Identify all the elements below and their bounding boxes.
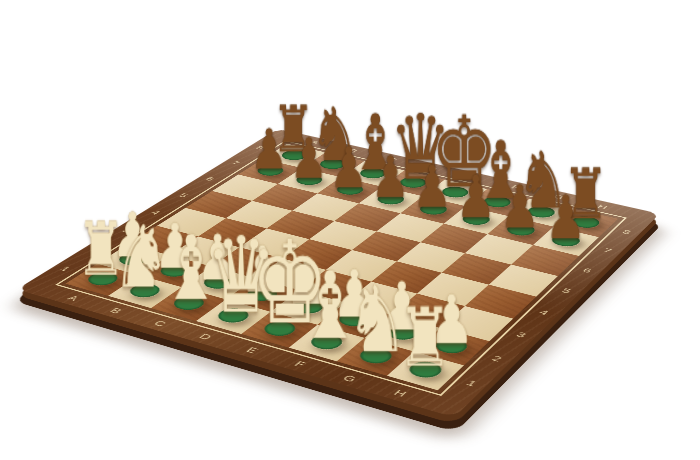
piece-glyph: ♞ — [346, 274, 403, 366]
chess-board: ABCDEFGH ABCDEFGH 87654321 87654321 ♜♞♝♛… — [17, 129, 660, 418]
white-rook: ♜ — [387, 351, 465, 390]
chess-set-photo: ABCDEFGH ABCDEFGH 87654321 87654321 ♜♞♝♛… — [0, 0, 700, 460]
piece-glyph: ♜ — [396, 298, 453, 379]
